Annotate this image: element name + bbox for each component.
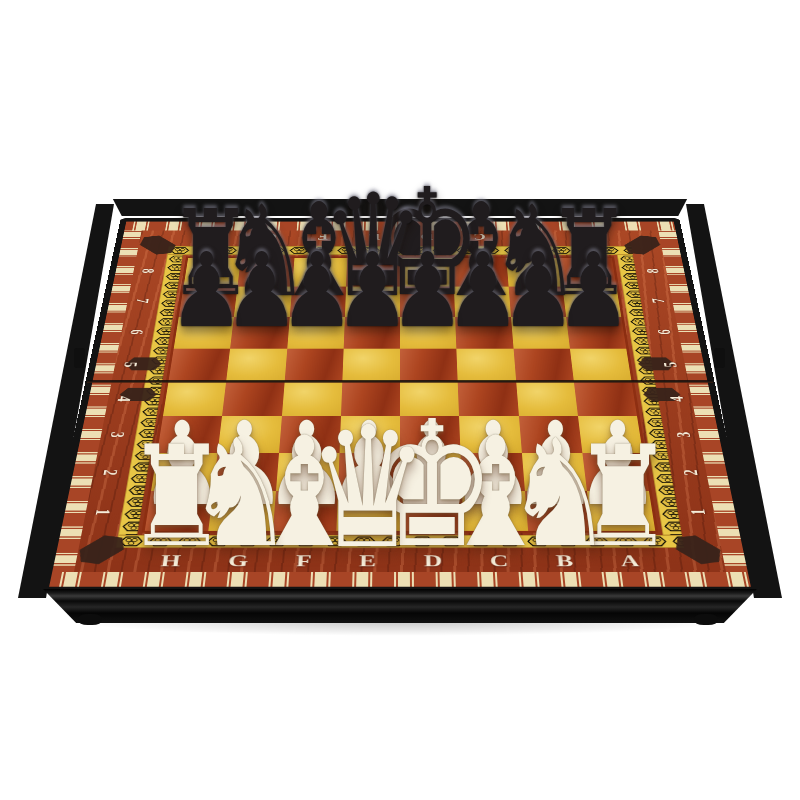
pieces-layer: ♜♞♝♚♛♝♞♜♟♟♟♟♟♟♟♟♟♟♟♟♟♟♟♟♜♞♝♚♛♝♞♜	[0, 0, 800, 800]
white-rook-h1: ♜	[126, 428, 228, 567]
chess-set-photo: HGFEDCBA HGFEDCBA 87654321 87654321 ♜♞♝♚…	[0, 0, 800, 800]
black-pawn-h7: ♟	[169, 239, 244, 342]
